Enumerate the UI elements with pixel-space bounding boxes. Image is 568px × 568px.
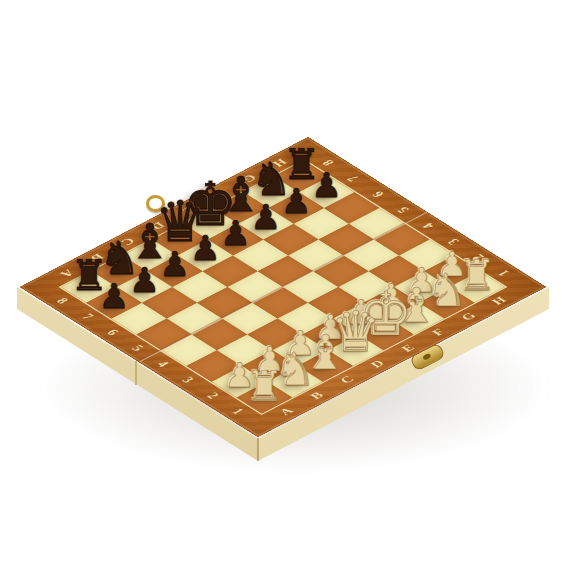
piece-black-pawn: ♟ xyxy=(190,231,220,265)
piece-black-pawn: ♟ xyxy=(220,216,250,250)
piece-black-pawn: ♟ xyxy=(99,279,129,313)
piece-black-pawn: ♟ xyxy=(281,184,311,218)
rank-label-left-8: 8 xyxy=(53,296,72,306)
rank-label-left-3: 3 xyxy=(178,375,197,385)
rank-label-left-7: 7 xyxy=(78,311,97,321)
piece-black-pawn: ♟ xyxy=(129,263,159,297)
chess-set-photo: ♜♞♝♛♚♝♞♜♟♟♟♟♟♟♟♟♟♟♟♟♟♟♟♟♜♞♝♛♚♝♞♜ 88AA77B… xyxy=(0,0,568,568)
box-fold-seam-side xyxy=(135,361,137,385)
rank-label-left-6: 6 xyxy=(103,327,122,337)
box-corner-seam xyxy=(257,438,259,461)
piece-white-rook: ♜ xyxy=(246,366,284,408)
piece-black-pawn: ♟ xyxy=(311,168,341,202)
rank-label-right-6: 6 xyxy=(369,189,388,199)
piece-black-pawn: ♟ xyxy=(251,200,281,234)
rank-label-right-5: 5 xyxy=(394,205,413,215)
rank-label-right-4: 4 xyxy=(419,221,438,231)
rank-label-left-1: 1 xyxy=(229,406,248,416)
rank-label-left-4: 4 xyxy=(153,359,172,369)
piece-black-pawn: ♟ xyxy=(160,247,190,281)
rank-label-right-7: 7 xyxy=(344,173,363,183)
rank-label-right-1: 1 xyxy=(494,268,513,278)
rank-label-left-5: 5 xyxy=(128,343,147,353)
rank-label-left-2: 2 xyxy=(204,390,223,400)
